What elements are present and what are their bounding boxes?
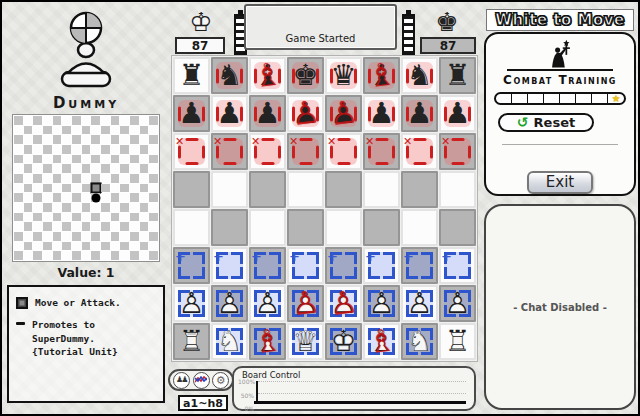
moveset-cell [120, 184, 129, 193]
moveset-cell [14, 184, 23, 193]
progress-segment-4 [544, 94, 560, 104]
moveset-cell [120, 232, 129, 241]
square-f2[interactable]: ♟♙ [363, 285, 400, 322]
square-h3[interactable]: + [439, 247, 476, 284]
moveset-move-dot [91, 193, 100, 202]
moveset-cell [140, 126, 149, 135]
moveset-cell [91, 251, 100, 260]
square-d5[interactable] [287, 171, 324, 208]
square-d2[interactable]: ♟♙♙ [287, 285, 324, 322]
piece-legend-box: Move or Attack. Promotes to SuperDummy.{… [7, 285, 165, 403]
moveset-cell [120, 116, 129, 125]
move-target-mark: + [441, 249, 474, 282]
dummy-piece-icon [48, 8, 124, 92]
square-c1[interactable]: ♝♗♗ [249, 323, 286, 360]
moveset-cell [111, 126, 120, 135]
friendly-mark [403, 325, 436, 358]
move-target-mark: + [403, 249, 436, 282]
moveset-cell [149, 242, 158, 251]
moveset-cell [140, 174, 149, 183]
moveset-cell [130, 135, 139, 144]
piece-value-label: Value: 1 [2, 265, 170, 280]
square-c4[interactable] [249, 209, 286, 246]
moveset-cell [33, 155, 42, 164]
board-control-panel: Board Control 100% 50% 0% [232, 366, 476, 411]
moveset-cell [82, 126, 91, 135]
moveset-cell [130, 222, 139, 231]
square-h4[interactable] [439, 209, 476, 246]
moveset-cell [91, 126, 100, 135]
moveset-cell [111, 116, 120, 125]
moveset-cell [24, 116, 33, 125]
square-f4[interactable] [363, 209, 400, 246]
moveset-cell [24, 213, 33, 222]
moveset-cell [130, 184, 139, 193]
moveset-cell [101, 174, 110, 183]
square-b7[interactable]: ♟ [211, 95, 248, 132]
square-f6[interactable]: ✕ [363, 133, 400, 170]
moveset-cell [14, 222, 23, 231]
square-h7[interactable]: ♟ [439, 95, 476, 132]
moveset-cell [24, 251, 33, 260]
attack-target-mark: ✕ [289, 135, 322, 168]
moveset-cell [120, 126, 129, 135]
board-control-chart [256, 381, 466, 404]
moveset-cell [24, 155, 33, 164]
moveset-cell [140, 203, 149, 212]
moveset-cell [91, 222, 100, 231]
legend-text: Move or Attack. [35, 296, 121, 309]
moveset-cell [24, 232, 33, 241]
star-icon: ★ [612, 94, 621, 104]
coordinate-display: a1~h8 [178, 395, 228, 411]
moveset-cell [33, 184, 42, 193]
statue-pedestal-line [507, 69, 613, 71]
moveset-cell [140, 164, 149, 173]
moveset-cell [140, 145, 149, 154]
moveset-cell [14, 126, 23, 135]
moveset-cell [120, 135, 129, 144]
moveset-cell [53, 164, 62, 173]
square-e1[interactable]: ♚♔ [325, 323, 362, 360]
moveset-cell [62, 232, 71, 241]
combat-training-panel: Combat Training ★ ↺ Reset Exit [484, 32, 636, 196]
square-e6[interactable]: ✕ [325, 133, 362, 170]
moveset-cell [91, 135, 100, 144]
square-d8[interactable]: ♚ [287, 57, 324, 94]
moveset-cell [149, 155, 158, 164]
square-e7[interactable]: ♟♙ [325, 95, 362, 132]
enemy-mark [365, 59, 398, 92]
moveset-cell [111, 145, 120, 154]
square-a4[interactable] [173, 209, 210, 246]
moveset-cell [82, 174, 91, 183]
square-e3[interactable]: + [325, 247, 362, 284]
progress-segment-1 [496, 94, 512, 104]
moveset-preview-board [12, 114, 160, 262]
axis-label-0: 0% [238, 406, 254, 412]
square-e8[interactable]: ♛ [325, 57, 362, 94]
moveset-cell [72, 145, 81, 154]
game-message-text: Game Started [246, 33, 395, 44]
moveset-cell [111, 242, 120, 251]
square-g4[interactable] [401, 209, 438, 246]
moveset-cell [43, 116, 52, 125]
moveset-cell [82, 251, 91, 260]
progress-segment-6 [576, 94, 592, 104]
moveset-cell [91, 116, 100, 125]
moveset-cell [43, 242, 52, 251]
moveset-cell [62, 184, 71, 193]
moveset-cell [101, 213, 110, 222]
square-g2[interactable]: ♟♙ [401, 285, 438, 322]
reset-button[interactable]: ↺ Reset [498, 113, 594, 132]
square-a8[interactable]: ♜ [173, 57, 210, 94]
moveset-cell [53, 155, 62, 164]
piece-name-label: Dummy [2, 94, 170, 112]
moveset-cell [14, 232, 23, 241]
moveset-cell [130, 232, 139, 241]
moveset-cell [101, 251, 110, 260]
moveset-cell [14, 164, 23, 173]
enemy-mark [327, 59, 360, 92]
game-window: Dummy Value: 1 Move or Attack. Promotes … [0, 0, 640, 416]
moveset-cell [101, 135, 110, 144]
moveset-cell [82, 213, 91, 222]
moveset-cell [43, 135, 52, 144]
white-rook: ♖ [441, 325, 474, 358]
moveset-cell [62, 174, 71, 183]
square-c6[interactable]: ✕ [249, 133, 286, 170]
square-f1[interactable]: ♝♗♗ [363, 323, 400, 360]
square-b4[interactable] [211, 209, 248, 246]
square-f8[interactable]: ♝♗ [363, 57, 400, 94]
square-g1[interactable]: ♞♘ [401, 323, 438, 360]
moveset-cell [43, 203, 52, 212]
square-g8[interactable]: ♞ [401, 57, 438, 94]
chat-disabled-text: - Chat Disabled - [513, 302, 607, 313]
moveset-cell [14, 135, 23, 144]
chess-board: ♜♞♝♗♚♛♝♗♞♜♟♟♟♟♙♟♙♟♟♟✕✕✕✕✕✕✕✕++++++++♟♙♟♙… [171, 55, 478, 362]
moveset-cell [82, 203, 91, 212]
moveset-piece-marker [90, 182, 101, 193]
moveset-cell [62, 155, 71, 164]
enemy-mark [289, 97, 322, 130]
friendly-mark [251, 287, 284, 320]
moveset-cell [140, 242, 149, 251]
promote-dash-icon [16, 322, 25, 325]
pieces-icon: ♟♟ [176, 376, 186, 384]
moveset-cell [33, 193, 42, 202]
moveset-cell [149, 126, 158, 135]
attack-target-mark: ✕ [327, 135, 360, 168]
moveset-cell [91, 213, 100, 222]
exit-button[interactable]: Exit [527, 171, 593, 194]
enemy-mark [251, 59, 284, 92]
move-target-mark: + [327, 249, 360, 282]
friendly-mark [327, 325, 360, 358]
moveset-cell [53, 184, 62, 193]
moveset-cell [72, 232, 81, 241]
moveset-cell [111, 184, 120, 193]
square-a6[interactable]: ✕ [173, 133, 210, 170]
moveset-cell [101, 164, 110, 173]
moveset-cell [140, 116, 149, 125]
black-player-king-icon: ♚ [430, 7, 464, 37]
square-b8[interactable]: ♞ [211, 57, 248, 94]
moveset-cell [120, 145, 129, 154]
moveset-cell [82, 184, 91, 193]
square-c3[interactable]: + [249, 247, 286, 284]
moveset-cell [72, 203, 81, 212]
moveset-cell [91, 193, 100, 202]
moveset-cell [24, 145, 33, 154]
pieces-button[interactable]: ♟♟ [173, 372, 190, 389]
moveset-cell [33, 232, 42, 241]
moveset-cell [82, 242, 91, 251]
moveset-cell [149, 135, 158, 144]
friendly-mark [441, 287, 474, 320]
moveset-cell [62, 116, 71, 125]
moveset-cell [33, 203, 42, 212]
moveset-cell [43, 184, 52, 193]
move-target-mark: + [289, 249, 322, 282]
moveset-cell [130, 116, 139, 125]
square-c2[interactable]: ♟♙ [249, 285, 286, 322]
moveset-cell [24, 203, 33, 212]
moveset-cell [149, 116, 158, 125]
moveset-cell [101, 184, 110, 193]
chat-panel: - Chat Disabled - [484, 204, 636, 410]
attack-target-mark: ✕ [213, 135, 246, 168]
square-d4[interactable] [287, 209, 324, 246]
moveset-cell [33, 126, 42, 135]
square-b2[interactable]: ♟♙ [211, 285, 248, 322]
moveset-cell [101, 232, 110, 241]
square-e4[interactable] [325, 209, 362, 246]
moveset-cell [82, 155, 91, 164]
square-h2[interactable]: ♟♙ [439, 285, 476, 322]
settings-button[interactable]: ⚙ [212, 372, 229, 389]
turn-status-bar: White to Move [486, 9, 634, 31]
graph-icon [195, 375, 207, 385]
moveset-cell [14, 213, 23, 222]
moveset-cell [101, 193, 110, 202]
moveset-cell [82, 116, 91, 125]
moveset-cell [53, 126, 62, 135]
graph-button[interactable] [193, 372, 210, 389]
moveset-cell [53, 242, 62, 251]
game-message-box: Game Started [244, 4, 397, 50]
square-h8[interactable]: ♜ [439, 57, 476, 94]
enemy-mark [289, 59, 322, 92]
moveset-cell [91, 232, 100, 241]
moveset-cell [91, 174, 100, 183]
moveset-cell [43, 155, 52, 164]
moveset-cell [101, 126, 110, 135]
axis-label-50: 50% [238, 393, 254, 399]
moveset-cell [33, 116, 42, 125]
moveset-cell [24, 242, 33, 251]
progress-segment-7 [592, 94, 608, 104]
moveset-cell [130, 145, 139, 154]
square-e2[interactable]: ♟♙♙ [325, 285, 362, 322]
moveset-cell [24, 135, 33, 144]
square-b6[interactable]: ✕ [211, 133, 248, 170]
square-h6[interactable]: ✕ [439, 133, 476, 170]
attack-target-mark: ✕ [251, 135, 284, 168]
moveset-cell [101, 222, 110, 231]
square-g7[interactable]: ♟ [401, 95, 438, 132]
legend-item-promote: Promotes to SuperDummy.{Tutorial Unit} [16, 318, 156, 358]
moveset-cell [72, 184, 81, 193]
moveset-cell [120, 174, 129, 183]
moveset-cell [130, 213, 139, 222]
moveset-cell [111, 155, 120, 164]
square-f5[interactable] [363, 171, 400, 208]
square-b3[interactable]: + [211, 247, 248, 284]
square-e5[interactable] [325, 171, 362, 208]
moveset-cell [53, 174, 62, 183]
progress-segment-5 [560, 94, 576, 104]
moveset-cell [120, 213, 129, 222]
gridline-100 [258, 381, 466, 382]
moveset-cell [140, 184, 149, 193]
moveset-cell [43, 251, 52, 260]
moveset-cell [14, 116, 23, 125]
enemy-mark [213, 59, 246, 92]
moveset-cell [14, 251, 23, 260]
square-c5[interactable] [249, 171, 286, 208]
moveset-cell [140, 232, 149, 241]
square-d1[interactable]: ♛♕ [287, 323, 324, 360]
moveset-cell [14, 145, 23, 154]
friendly-mark [327, 287, 360, 320]
square-g5[interactable] [401, 171, 438, 208]
moveset-cell [120, 155, 129, 164]
white-rook: ♖ [175, 325, 208, 358]
mode-title: Combat Training [503, 73, 617, 87]
square-f7[interactable]: ♟ [363, 95, 400, 132]
moveset-cell [24, 193, 33, 202]
move-target-mark: + [175, 249, 208, 282]
square-a5[interactable] [173, 171, 210, 208]
moveset-cell [130, 203, 139, 212]
move-target-mark: + [251, 249, 284, 282]
moveset-cell [120, 193, 129, 202]
enemy-mark [403, 97, 436, 130]
moveset-cell [111, 232, 120, 241]
square-c7[interactable]: ♟ [249, 95, 286, 132]
square-b1[interactable]: ♞♘ [211, 323, 248, 360]
moveset-cell [72, 251, 81, 260]
moveset-cell [24, 222, 33, 231]
moveset-cell [91, 184, 100, 193]
moveset-cell [62, 251, 71, 260]
square-a3[interactable]: + [173, 247, 210, 284]
moveset-cell [62, 203, 71, 212]
square-a2[interactable]: ♟♙ [173, 285, 210, 322]
enemy-mark [365, 97, 398, 130]
square-b5[interactable] [211, 171, 248, 208]
enemy-mark [403, 59, 436, 92]
moveset-cell [14, 193, 23, 202]
white-score-counter: 87 [175, 37, 225, 54]
moveset-cell [111, 193, 120, 202]
moveset-cell [91, 242, 100, 251]
moveset-cell [149, 184, 158, 193]
enemy-mark [441, 97, 474, 130]
legend-item-move: Move or Attack. [16, 296, 156, 309]
moveset-cell [82, 164, 91, 173]
square-a1[interactable]: ♜♖ [173, 323, 210, 360]
moveset-cell [120, 242, 129, 251]
friendly-mark [175, 287, 208, 320]
enemy-mark [251, 97, 284, 130]
moveset-cell [111, 203, 120, 212]
square-d7[interactable]: ♟♙ [287, 95, 324, 132]
moveset-cell [62, 126, 71, 135]
moveset-cell [120, 203, 129, 212]
square-h5[interactable] [439, 171, 476, 208]
moveset-cell [43, 193, 52, 202]
square-d6[interactable]: ✕ [287, 133, 324, 170]
friendly-mark [289, 325, 322, 358]
panel-divider [502, 144, 618, 145]
square-h1[interactable]: ♜♖ [439, 323, 476, 360]
black-rook: ♜ [441, 59, 474, 92]
moveset-cell [62, 145, 71, 154]
friendly-mark [365, 287, 398, 320]
moveset-cell [101, 155, 110, 164]
moveset-cell [53, 213, 62, 222]
attack-target-mark: ✕ [175, 135, 208, 168]
moveset-cell [82, 232, 91, 241]
attack-target-mark: ✕ [441, 135, 474, 168]
moveset-cell [43, 126, 52, 135]
moveset-cell [33, 242, 42, 251]
square-f3[interactable]: + [363, 247, 400, 284]
moveset-cell [43, 174, 52, 183]
turn-status-text: White to Move [495, 11, 624, 29]
gridline-50 [258, 393, 466, 394]
enemy-mark [327, 97, 360, 130]
square-c8[interactable]: ♝♗ [249, 57, 286, 94]
moveset-cell [53, 203, 62, 212]
moveset-cell [130, 164, 139, 173]
enemy-mark [213, 97, 246, 130]
black-score-counter: 87 [420, 37, 476, 54]
control-graph-line [254, 401, 466, 404]
moveset-cell [43, 222, 52, 231]
friendly-mark [213, 287, 246, 320]
square-d3[interactable]: + [287, 247, 324, 284]
friendly-mark [365, 325, 398, 358]
axis-label-100: 100% [238, 379, 254, 385]
moveset-cell [24, 184, 33, 193]
moveset-cell [14, 174, 23, 183]
moveset-cell [82, 193, 91, 202]
moveset-cell [111, 164, 120, 173]
square-g3[interactable]: + [401, 247, 438, 284]
friendly-mark [251, 325, 284, 358]
white-rook-fill: ♜ [441, 325, 474, 358]
moveset-cell [130, 155, 139, 164]
dummy-piece-illustration [48, 8, 124, 96]
moveset-cell [72, 155, 81, 164]
square-a7[interactable]: ♟ [173, 95, 210, 132]
square-g6[interactable]: ✕ [401, 133, 438, 170]
